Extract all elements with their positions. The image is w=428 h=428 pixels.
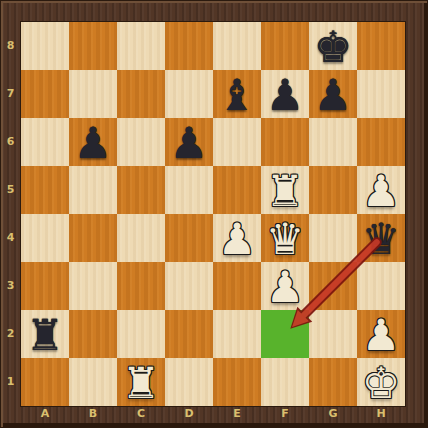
square-e6[interactable]	[213, 118, 261, 166]
piece-white-king[interactable]: ♚	[357, 358, 405, 406]
square-b6[interactable]: ♟	[69, 118, 117, 166]
square-e2[interactable]	[213, 310, 261, 358]
square-b3[interactable]	[69, 262, 117, 310]
square-c3[interactable]	[117, 262, 165, 310]
chess-app-window: 87654321 ABCDEFGH ♚♝♟♟♟♟♜♟♟♛♛♟♜♟♜♚	[0, 0, 428, 428]
square-a4[interactable]	[21, 214, 69, 262]
square-g7[interactable]: ♟	[309, 70, 357, 118]
square-f5[interactable]: ♜	[261, 166, 309, 214]
piece-black-queen[interactable]: ♛	[357, 214, 405, 262]
file-label-d: D	[165, 406, 213, 428]
file-label-a: A	[21, 406, 69, 428]
square-g6[interactable]	[309, 118, 357, 166]
piece-black-pawn[interactable]: ♟	[165, 118, 213, 166]
square-f4[interactable]: ♛	[261, 214, 309, 262]
square-h6[interactable]	[357, 118, 405, 166]
file-label-c: C	[117, 406, 165, 428]
square-e7[interactable]: ♝	[213, 70, 261, 118]
rank-label-5: 5	[0, 166, 21, 214]
piece-white-rook[interactable]: ♜	[117, 358, 165, 406]
square-a3[interactable]	[21, 262, 69, 310]
piece-black-king[interactable]: ♚	[309, 22, 357, 70]
square-c4[interactable]	[117, 214, 165, 262]
square-h5[interactable]: ♟	[357, 166, 405, 214]
square-a5[interactable]	[21, 166, 69, 214]
square-c6[interactable]	[117, 118, 165, 166]
file-label-f: F	[261, 406, 309, 428]
square-c2[interactable]	[117, 310, 165, 358]
file-label-e: E	[213, 406, 261, 428]
square-f2-highlighted[interactable]	[261, 310, 309, 358]
rank-label-7: 7	[0, 70, 21, 118]
rank-label-2: 2	[0, 310, 21, 358]
square-d4[interactable]	[165, 214, 213, 262]
square-g5[interactable]	[309, 166, 357, 214]
square-d8[interactable]	[165, 22, 213, 70]
square-b2[interactable]	[69, 310, 117, 358]
square-e3[interactable]	[213, 262, 261, 310]
square-h3[interactable]	[357, 262, 405, 310]
square-d7[interactable]	[165, 70, 213, 118]
square-h8[interactable]	[357, 22, 405, 70]
square-a2[interactable]: ♜	[21, 310, 69, 358]
square-a8[interactable]	[21, 22, 69, 70]
square-f3[interactable]: ♟	[261, 262, 309, 310]
square-f6[interactable]	[261, 118, 309, 166]
square-g1[interactable]	[309, 358, 357, 406]
square-h4[interactable]: ♛	[357, 214, 405, 262]
chess-board: ♚♝♟♟♟♟♜♟♟♛♛♟♜♟♜♚	[21, 22, 405, 406]
square-h7[interactable]	[357, 70, 405, 118]
square-h2[interactable]: ♟	[357, 310, 405, 358]
square-c8[interactable]	[117, 22, 165, 70]
piece-white-pawn[interactable]: ♟	[357, 310, 405, 358]
square-c1[interactable]: ♜	[117, 358, 165, 406]
square-b8[interactable]	[69, 22, 117, 70]
square-e1[interactable]	[213, 358, 261, 406]
piece-black-pawn[interactable]: ♟	[261, 70, 309, 118]
square-d5[interactable]	[165, 166, 213, 214]
rank-labels: 87654321	[0, 22, 21, 406]
square-c7[interactable]	[117, 70, 165, 118]
square-d3[interactable]	[165, 262, 213, 310]
file-label-b: B	[69, 406, 117, 428]
file-label-h: H	[357, 406, 405, 428]
piece-white-queen[interactable]: ♛	[261, 214, 309, 262]
square-a6[interactable]	[21, 118, 69, 166]
rank-label-6: 6	[0, 118, 21, 166]
rank-label-8: 8	[0, 22, 21, 70]
piece-black-bishop[interactable]: ♝	[213, 70, 261, 118]
square-h1[interactable]: ♚	[357, 358, 405, 406]
square-g2[interactable]	[309, 310, 357, 358]
piece-black-pawn[interactable]: ♟	[69, 118, 117, 166]
square-g4[interactable]	[309, 214, 357, 262]
square-d2[interactable]	[165, 310, 213, 358]
rank-label-4: 4	[0, 214, 21, 262]
square-d6[interactable]: ♟	[165, 118, 213, 166]
rank-label-1: 1	[0, 358, 21, 406]
file-label-g: G	[309, 406, 357, 428]
piece-black-rook[interactable]: ♜	[21, 310, 69, 358]
square-e5[interactable]	[213, 166, 261, 214]
square-b7[interactable]	[69, 70, 117, 118]
piece-white-rook[interactable]: ♜	[261, 166, 309, 214]
square-f8[interactable]	[261, 22, 309, 70]
piece-black-pawn[interactable]: ♟	[309, 70, 357, 118]
square-b5[interactable]	[69, 166, 117, 214]
square-e4[interactable]: ♟	[213, 214, 261, 262]
square-a1[interactable]	[21, 358, 69, 406]
square-e8[interactable]	[213, 22, 261, 70]
square-g8[interactable]: ♚	[309, 22, 357, 70]
piece-white-pawn[interactable]: ♟	[357, 166, 405, 214]
square-c5[interactable]	[117, 166, 165, 214]
file-labels: ABCDEFGH	[21, 406, 405, 428]
square-g3[interactable]	[309, 262, 357, 310]
rank-label-3: 3	[0, 262, 21, 310]
piece-white-pawn[interactable]: ♟	[213, 214, 261, 262]
square-f1[interactable]	[261, 358, 309, 406]
square-b4[interactable]	[69, 214, 117, 262]
square-a7[interactable]	[21, 70, 69, 118]
square-b1[interactable]	[69, 358, 117, 406]
square-d1[interactable]	[165, 358, 213, 406]
square-f7[interactable]: ♟	[261, 70, 309, 118]
piece-white-pawn[interactable]: ♟	[261, 262, 309, 310]
